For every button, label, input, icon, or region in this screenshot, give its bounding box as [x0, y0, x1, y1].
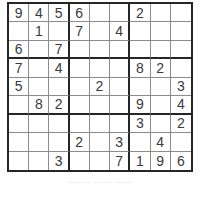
- cell-r9c8[interactable]: 9: [151, 152, 171, 170]
- given-digit: 6: [15, 42, 23, 56]
- cell-r3c5[interactable]: [90, 41, 110, 59]
- given-digit: 2: [136, 6, 144, 20]
- cell-r4c9[interactable]: [171, 59, 191, 77]
- cell-r2c2[interactable]: 1: [29, 22, 49, 40]
- cell-r8c2[interactable]: [29, 133, 49, 151]
- given-digit: 3: [115, 135, 123, 149]
- given-digit: 4: [177, 97, 185, 111]
- cell-r2c6[interactable]: 4: [110, 22, 130, 40]
- cell-r7c1[interactable]: [9, 115, 29, 133]
- cell-r1c4[interactable]: 6: [70, 4, 90, 22]
- cell-r9c2[interactable]: [29, 152, 49, 170]
- given-digit: 8: [136, 61, 144, 75]
- cell-r8c4[interactable]: 2: [70, 133, 90, 151]
- cell-r1c5[interactable]: [90, 4, 110, 22]
- given-digit: 5: [55, 6, 63, 20]
- cell-r8c9[interactable]: [171, 133, 191, 151]
- given-digit: 9: [136, 97, 144, 111]
- cell-r3c2[interactable]: [29, 41, 49, 59]
- cell-r5c7[interactable]: [130, 78, 150, 96]
- given-digit: 9: [156, 154, 164, 168]
- cell-r6c4[interactable]: [70, 96, 90, 114]
- watermark: ————— ———— ————: [0, 179, 200, 184]
- given-digit: 7: [75, 24, 83, 38]
- given-digit: 9: [15, 6, 23, 20]
- given-digit: 6: [75, 6, 83, 20]
- cell-r5c8[interactable]: [151, 78, 171, 96]
- cell-r5c4[interactable]: [70, 78, 90, 96]
- cell-r4c8[interactable]: 2: [151, 59, 171, 77]
- cell-r1c6[interactable]: [110, 4, 130, 22]
- given-digit: 7: [115, 154, 123, 168]
- cell-r6c1[interactable]: [9, 96, 29, 114]
- cell-r1c8[interactable]: [151, 4, 171, 22]
- cell-r7c4[interactable]: [70, 115, 90, 133]
- sudoku-page: 9456217467748252382943223437196 ————— ——…: [0, 0, 200, 200]
- cell-r7c5[interactable]: [90, 115, 110, 133]
- given-digit: 3: [136, 116, 144, 130]
- given-digit: 7: [55, 42, 63, 56]
- cell-r4c2[interactable]: [29, 59, 49, 77]
- cell-r3c9[interactable]: [171, 41, 191, 59]
- cell-r9c5[interactable]: [90, 152, 110, 170]
- cell-r6c5[interactable]: [90, 96, 110, 114]
- cell-r8c8[interactable]: 4: [151, 133, 171, 151]
- cell-r7c9[interactable]: 2: [171, 115, 191, 133]
- cell-r5c9[interactable]: 3: [171, 78, 191, 96]
- given-digit: 4: [35, 6, 43, 20]
- cell-r5c2[interactable]: [29, 78, 49, 96]
- cell-r7c3[interactable]: [49, 115, 69, 133]
- cell-r8c6[interactable]: 3: [110, 133, 130, 151]
- given-digit: 4: [55, 61, 63, 75]
- cell-r6c6[interactable]: [110, 96, 130, 114]
- given-digit: 2: [75, 135, 83, 149]
- cell-r8c5[interactable]: [90, 133, 110, 151]
- cell-r3c3[interactable]: 7: [49, 41, 69, 59]
- cell-r1c3[interactable]: 5: [49, 4, 69, 22]
- cell-r8c1[interactable]: [9, 133, 29, 151]
- cell-r4c1[interactable]: 7: [9, 59, 29, 77]
- cell-r9c1[interactable]: [9, 152, 29, 170]
- cell-r4c7[interactable]: 8: [130, 59, 150, 77]
- cell-r2c3[interactable]: [49, 22, 69, 40]
- cell-r5c1[interactable]: 5: [9, 78, 29, 96]
- cell-r5c5[interactable]: 2: [90, 78, 110, 96]
- given-digit: 2: [156, 61, 164, 75]
- cell-r4c3[interactable]: 4: [49, 59, 69, 77]
- cell-r2c8[interactable]: [151, 22, 171, 40]
- cell-r6c2[interactable]: 8: [29, 96, 49, 114]
- cell-r5c3[interactable]: [49, 78, 69, 96]
- given-digit: 4: [115, 24, 123, 38]
- cell-r2c4[interactable]: 7: [70, 22, 90, 40]
- cell-r7c7[interactable]: 3: [130, 115, 150, 133]
- cell-r6c8[interactable]: [151, 96, 171, 114]
- cell-r8c7[interactable]: [130, 133, 150, 151]
- given-digit: 6: [177, 154, 185, 168]
- cell-r4c6[interactable]: [110, 59, 130, 77]
- cell-r2c7[interactable]: [130, 22, 150, 40]
- cell-r6c3[interactable]: 2: [49, 96, 69, 114]
- sudoku-board: 9456217467748252382943223437196: [7, 2, 193, 172]
- cell-r1c9[interactable]: [171, 4, 191, 22]
- cell-r8c3[interactable]: [49, 133, 69, 151]
- cell-r4c5[interactable]: [90, 59, 110, 77]
- cell-r2c9[interactable]: [171, 22, 191, 40]
- given-digit: 7: [15, 61, 23, 75]
- given-digit: 2: [96, 79, 104, 93]
- given-digit: 4: [156, 135, 164, 149]
- cell-r9c7[interactable]: 1: [130, 152, 150, 170]
- cell-r9c9[interactable]: 6: [171, 152, 191, 170]
- cell-r7c2[interactable]: [29, 115, 49, 133]
- given-digit: 8: [35, 97, 43, 111]
- cell-r5c6[interactable]: [110, 78, 130, 96]
- cell-r3c8[interactable]: [151, 41, 171, 59]
- cell-r7c8[interactable]: [151, 115, 171, 133]
- given-digit: 2: [55, 97, 63, 111]
- cell-r4c4[interactable]: [70, 59, 90, 77]
- given-digit: 2: [177, 116, 185, 130]
- cell-r1c1[interactable]: 9: [9, 4, 29, 22]
- cell-r3c7[interactable]: [130, 41, 150, 59]
- cell-r6c9[interactable]: 4: [171, 96, 191, 114]
- cell-r1c2[interactable]: 4: [29, 4, 49, 22]
- cell-r9c6[interactable]: 7: [110, 152, 130, 170]
- cell-r7c6[interactable]: [110, 115, 130, 133]
- cell-r2c1[interactable]: [9, 22, 29, 40]
- given-digit: 5: [15, 79, 23, 93]
- cell-r3c4[interactable]: [70, 41, 90, 59]
- cell-r6c7[interactable]: 9: [130, 96, 150, 114]
- given-digit: 1: [136, 154, 144, 168]
- given-digit: 1: [35, 24, 43, 38]
- given-digit: 3: [177, 79, 185, 93]
- cell-r2c5[interactable]: [90, 22, 110, 40]
- cell-r9c3[interactable]: 3: [49, 152, 69, 170]
- cell-r9c4[interactable]: [70, 152, 90, 170]
- cell-r3c6[interactable]: [110, 41, 130, 59]
- given-digit: 3: [55, 154, 63, 168]
- cell-r1c7[interactable]: 2: [130, 4, 150, 22]
- cell-r3c1[interactable]: 6: [9, 41, 29, 59]
